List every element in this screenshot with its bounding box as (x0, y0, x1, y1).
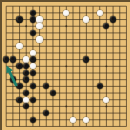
board-cell[interactable] (50, 3, 57, 10)
board-cell[interactable] (36, 10, 43, 17)
board-cell[interactable] (96, 43, 103, 50)
board-cell[interactable] (90, 70, 97, 77)
board-cell[interactable] (76, 70, 83, 77)
board-cell[interactable] (56, 3, 63, 10)
board-cell[interactable] (123, 23, 130, 30)
board-cell[interactable] (116, 56, 123, 63)
board-cell[interactable]: ● (30, 70, 37, 77)
board-cell[interactable] (103, 83, 110, 90)
board-cell[interactable] (3, 83, 10, 90)
board-cell[interactable] (56, 83, 63, 90)
board-cell[interactable] (36, 30, 43, 37)
board-cell[interactable]: ● (83, 16, 90, 23)
board-cell[interactable] (70, 36, 77, 43)
board-cell[interactable] (76, 103, 83, 110)
board-cell[interactable] (116, 43, 123, 50)
board-cell[interactable] (43, 103, 50, 110)
board-cell[interactable] (43, 96, 50, 103)
board-cell[interactable] (110, 63, 117, 70)
board-cell[interactable] (83, 96, 90, 103)
board-cell[interactable]: ● (30, 63, 37, 70)
board-cell[interactable] (90, 83, 97, 90)
board-cell[interactable] (116, 103, 123, 110)
board-cell[interactable]: ● (30, 56, 37, 63)
board-cell[interactable] (50, 96, 57, 103)
board-cell[interactable] (36, 76, 43, 83)
board-cell[interactable] (23, 16, 30, 23)
board-cell[interactable] (110, 110, 117, 117)
board-cell[interactable] (96, 23, 103, 30)
board-cell[interactable] (76, 96, 83, 103)
board-cell[interactable] (10, 50, 17, 57)
board-cell[interactable] (96, 90, 103, 97)
board-cell[interactable] (63, 43, 70, 50)
board-cell[interactable]: ● (23, 96, 30, 103)
board-cell[interactable] (90, 123, 97, 130)
board-cell[interactable] (23, 23, 30, 30)
board-cell[interactable] (10, 36, 17, 43)
board-cell[interactable]: ● (63, 10, 70, 17)
board-cell[interactable]: ● (16, 83, 23, 90)
board-cell[interactable] (123, 16, 130, 23)
board-cell[interactable] (76, 123, 83, 130)
board-cell[interactable] (30, 76, 37, 83)
board-cell[interactable] (96, 70, 103, 77)
board-cell[interactable] (23, 123, 30, 130)
board-cell[interactable] (110, 43, 117, 50)
board-cell[interactable] (63, 16, 70, 23)
board-cell[interactable] (83, 63, 90, 70)
board-cell[interactable] (43, 23, 50, 30)
board-cell[interactable] (123, 50, 130, 57)
board-cell[interactable] (10, 103, 17, 110)
board-cell[interactable] (23, 116, 30, 123)
board-cell[interactable] (116, 30, 123, 37)
board-cell[interactable] (96, 116, 103, 123)
board-cell[interactable] (56, 63, 63, 70)
board-cell[interactable] (116, 116, 123, 123)
board-cell[interactable] (83, 23, 90, 30)
board-cell[interactable]: ● (23, 90, 30, 97)
board-cell[interactable] (50, 76, 57, 83)
board-cell[interactable] (3, 76, 10, 83)
board-cell[interactable] (96, 63, 103, 70)
board-cell[interactable] (63, 116, 70, 123)
board-cell[interactable] (116, 10, 123, 17)
board-cell[interactable] (56, 96, 63, 103)
board-cell[interactable] (43, 10, 50, 17)
board-cell[interactable] (63, 96, 70, 103)
board-cell[interactable] (43, 56, 50, 63)
board-cell[interactable] (10, 23, 17, 30)
board-cell[interactable] (76, 110, 83, 117)
board-cell[interactable] (90, 96, 97, 103)
board-cell[interactable] (116, 36, 123, 43)
board-cell[interactable] (70, 83, 77, 90)
board-cell[interactable] (10, 70, 17, 77)
board-cell[interactable] (123, 70, 130, 77)
board-cell[interactable] (103, 63, 110, 70)
board-cell[interactable] (116, 50, 123, 57)
board-cell[interactable] (3, 90, 10, 97)
board-cell[interactable] (36, 116, 43, 123)
board-cell[interactable] (116, 90, 123, 97)
board-cell[interactable] (23, 110, 30, 117)
board-cell[interactable] (123, 3, 130, 10)
board-cell[interactable] (56, 16, 63, 23)
board-cell[interactable] (123, 123, 130, 130)
board-cell[interactable] (16, 10, 23, 17)
board-cell[interactable] (96, 50, 103, 57)
board-cell[interactable]: ● (96, 10, 103, 17)
board-cell[interactable] (70, 50, 77, 57)
board-cell[interactable] (96, 103, 103, 110)
board-cell[interactable] (90, 63, 97, 70)
board-cell[interactable] (103, 16, 110, 23)
board-cell[interactable] (90, 36, 97, 43)
board-cell[interactable] (70, 96, 77, 103)
board-cell[interactable] (110, 10, 117, 17)
board-cell[interactable] (70, 63, 77, 70)
board-cell[interactable] (116, 3, 123, 10)
board-cell[interactable] (83, 43, 90, 50)
board-cell[interactable] (90, 110, 97, 117)
board-cell[interactable] (10, 43, 17, 50)
board-cell[interactable] (90, 90, 97, 97)
board-cell[interactable] (10, 123, 17, 130)
board-cell[interactable]: ● (70, 116, 77, 123)
board-cell[interactable] (90, 16, 97, 23)
board-cell[interactable]: ● (30, 116, 37, 123)
board-cell[interactable]: ● (103, 96, 110, 103)
board-cell[interactable] (16, 76, 23, 83)
board-cell[interactable]: ● (50, 90, 57, 97)
board-cell[interactable] (30, 36, 37, 43)
board-cell[interactable] (16, 30, 23, 37)
board-cell[interactable] (36, 103, 43, 110)
board-cell[interactable] (56, 23, 63, 30)
board-cell[interactable]: ● (30, 96, 37, 103)
board-cell[interactable] (90, 10, 97, 17)
board-cell[interactable] (23, 3, 30, 10)
board-cell[interactable] (43, 16, 50, 23)
board-cell[interactable] (56, 103, 63, 110)
board-cell[interactable] (110, 23, 117, 30)
board-cell[interactable] (56, 50, 63, 57)
board-cell[interactable] (116, 63, 123, 70)
board-cell[interactable] (50, 116, 57, 123)
board-cell[interactable]: ● (30, 83, 37, 90)
board-cell[interactable] (43, 50, 50, 57)
board-cell[interactable] (70, 30, 77, 37)
board-cell[interactable] (56, 90, 63, 97)
board-cell[interactable] (116, 23, 123, 30)
board-cell[interactable] (3, 116, 10, 123)
board-cell[interactable] (10, 90, 17, 97)
board-cell[interactable] (76, 56, 83, 63)
board-cell[interactable] (90, 43, 97, 50)
board-cell[interactable]: ● (30, 50, 37, 57)
board-cell[interactable] (30, 3, 37, 10)
board-cell[interactable] (103, 90, 110, 97)
board-cell[interactable]: ● (43, 110, 50, 117)
board-cell[interactable] (50, 16, 57, 23)
board-cell[interactable] (110, 96, 117, 103)
board-cell[interactable] (103, 103, 110, 110)
board-cell[interactable] (16, 90, 23, 97)
board-cell[interactable]: ● (30, 10, 37, 17)
board-cell[interactable] (83, 110, 90, 117)
board-cell[interactable] (123, 10, 130, 17)
board-cell[interactable]: ● (110, 16, 117, 23)
board-cell[interactable] (103, 30, 110, 37)
board-cell[interactable] (70, 70, 77, 77)
board-cell[interactable] (90, 3, 97, 10)
board-cell[interactable] (123, 63, 130, 70)
board-cell[interactable] (63, 30, 70, 37)
board-cell[interactable] (70, 123, 77, 130)
board-cell[interactable]: ● (16, 96, 23, 103)
board-cell[interactable] (36, 70, 43, 77)
board-cell[interactable] (16, 103, 23, 110)
board-cell[interactable] (63, 76, 70, 83)
board-cell[interactable] (23, 43, 30, 50)
board-cell[interactable] (3, 43, 10, 50)
board-cell[interactable] (83, 103, 90, 110)
board-cell[interactable] (23, 83, 30, 90)
board-cell[interactable] (36, 83, 43, 90)
board-cell[interactable] (10, 83, 17, 90)
board-cell[interactable] (123, 110, 130, 117)
board-cell[interactable] (50, 10, 57, 17)
board-cell[interactable] (63, 110, 70, 117)
board-cell[interactable] (56, 76, 63, 83)
board-cell[interactable] (43, 30, 50, 37)
board-cell[interactable] (70, 23, 77, 30)
board-cell[interactable] (110, 30, 117, 37)
board-cell[interactable] (3, 103, 10, 110)
board-cell[interactable] (30, 90, 37, 97)
board-cell[interactable] (110, 116, 117, 123)
board-cell[interactable] (50, 56, 57, 63)
board-cell[interactable] (43, 76, 50, 83)
board-cell[interactable]: ● (23, 103, 30, 110)
board-cell[interactable] (123, 30, 130, 37)
board-cell[interactable] (110, 83, 117, 90)
board-cell[interactable] (10, 63, 17, 70)
board-cell[interactable] (36, 90, 43, 97)
board-cell[interactable] (90, 116, 97, 123)
board-cell[interactable] (63, 3, 70, 10)
board-cell[interactable] (123, 83, 130, 90)
board-cell[interactable] (50, 123, 57, 130)
board-cell[interactable] (56, 70, 63, 77)
board-cell[interactable] (10, 16, 17, 23)
board-cell[interactable] (16, 116, 23, 123)
board-cell[interactable] (63, 36, 70, 43)
board-cell[interactable] (90, 103, 97, 110)
board-cell[interactable] (50, 43, 57, 50)
board-cell[interactable] (83, 123, 90, 130)
board-cell[interactable] (70, 90, 77, 97)
board-cell[interactable] (110, 70, 117, 77)
board-cell[interactable] (50, 70, 57, 77)
board-cell[interactable] (43, 90, 50, 97)
board-cell[interactable] (116, 123, 123, 130)
board-cell[interactable] (123, 90, 130, 97)
board-cell[interactable] (36, 110, 43, 117)
board-cell[interactable] (63, 83, 70, 90)
board-cell[interactable] (83, 3, 90, 10)
board-cell[interactable] (103, 43, 110, 50)
board-cell[interactable] (90, 50, 97, 57)
board-cell[interactable] (16, 23, 23, 30)
board-cell[interactable] (16, 110, 23, 117)
board-cell[interactable] (116, 96, 123, 103)
board-cell[interactable] (96, 56, 103, 63)
board-cell[interactable] (76, 50, 83, 57)
board-cell[interactable] (90, 76, 97, 83)
board-cell[interactable] (76, 23, 83, 30)
board-cell[interactable] (16, 123, 23, 130)
board-cell[interactable] (43, 63, 50, 70)
board-cell[interactable] (3, 50, 10, 57)
board-cell[interactable] (63, 63, 70, 70)
board-cell[interactable]: ● (23, 76, 30, 83)
board-cell[interactable] (63, 123, 70, 130)
board-cell[interactable] (103, 3, 110, 10)
board-cell[interactable]: ● (36, 23, 43, 30)
board-cell[interactable] (116, 83, 123, 90)
board-cell[interactable] (90, 56, 97, 63)
board-cell[interactable] (110, 90, 117, 97)
board-cell[interactable] (83, 70, 90, 77)
board-cell[interactable] (30, 23, 37, 30)
board-cell[interactable] (96, 76, 103, 83)
board-cell[interactable] (90, 23, 97, 30)
board-cell[interactable] (123, 76, 130, 83)
board-cell[interactable] (23, 10, 30, 17)
board-cell[interactable] (3, 36, 10, 43)
board-cell[interactable] (70, 10, 77, 17)
board-cell[interactable] (90, 30, 97, 37)
board-cell[interactable] (70, 3, 77, 10)
board-cell[interactable] (96, 30, 103, 37)
board-cell[interactable] (50, 23, 57, 30)
board-cell[interactable] (56, 110, 63, 117)
board-cell[interactable] (110, 36, 117, 43)
board-cell[interactable] (76, 43, 83, 50)
board-cell[interactable] (43, 123, 50, 130)
board-cell[interactable] (3, 10, 10, 17)
board-cell[interactable] (43, 3, 50, 10)
board-cell[interactable]: ● (23, 56, 30, 63)
board-cell[interactable] (56, 10, 63, 17)
board-cell[interactable] (63, 50, 70, 57)
board-cell[interactable] (76, 116, 83, 123)
board-cell[interactable] (123, 96, 130, 103)
board-cell[interactable] (96, 36, 103, 43)
board-cell[interactable] (76, 36, 83, 43)
board-cell[interactable] (3, 110, 10, 117)
board-cell[interactable] (43, 116, 50, 123)
board-cell[interactable] (10, 110, 17, 117)
board-cell[interactable] (103, 70, 110, 77)
board-cell[interactable] (3, 63, 10, 70)
board-cell[interactable] (96, 123, 103, 130)
board-cell[interactable]: ● (83, 116, 90, 123)
board-cell[interactable] (76, 76, 83, 83)
board-cell[interactable] (56, 43, 63, 50)
board-cell[interactable] (3, 16, 10, 23)
board-cell[interactable] (123, 43, 130, 50)
board-cell[interactable]: ● (103, 23, 110, 30)
board-cell[interactable] (16, 36, 23, 43)
board-cell[interactable] (3, 70, 10, 77)
board-cell[interactable] (3, 3, 10, 10)
board-cell[interactable] (116, 16, 123, 23)
board-cell[interactable] (103, 36, 110, 43)
board-cell[interactable] (36, 63, 43, 70)
board-cell[interactable] (56, 56, 63, 63)
board-cell[interactable] (83, 90, 90, 97)
board-cell[interactable] (123, 116, 130, 123)
board-cell[interactable] (56, 30, 63, 37)
board-cell[interactable] (36, 96, 43, 103)
board-cell[interactable] (63, 23, 70, 30)
board-cell[interactable] (70, 76, 77, 83)
board-cell[interactable] (110, 76, 117, 83)
board-cell[interactable]: ● (96, 83, 103, 90)
board-cell[interactable] (76, 16, 83, 23)
board-cell[interactable]: ● (16, 16, 23, 23)
board-cell[interactable] (10, 116, 17, 123)
board-cell[interactable] (43, 43, 50, 50)
board-cell[interactable] (110, 56, 117, 63)
board-cell[interactable] (50, 30, 57, 37)
board-cell[interactable] (103, 50, 110, 57)
board-cell[interactable] (110, 103, 117, 110)
board-cell[interactable] (103, 116, 110, 123)
board-cell[interactable] (83, 83, 90, 90)
board-cell[interactable] (123, 56, 130, 63)
board-cell[interactable] (56, 123, 63, 130)
board-cell[interactable] (50, 63, 57, 70)
board-cell[interactable] (36, 3, 43, 10)
board-cell[interactable] (43, 36, 50, 43)
board-cell[interactable] (3, 30, 10, 37)
board-cell[interactable] (83, 50, 90, 57)
board-cell[interactable] (63, 90, 70, 97)
board-cell[interactable] (103, 110, 110, 117)
board-cell[interactable] (83, 76, 90, 83)
board-cell[interactable] (3, 96, 10, 103)
board-cell[interactable] (10, 10, 17, 17)
board-cell[interactable] (63, 70, 70, 77)
board-cell[interactable] (103, 10, 110, 17)
board-cell[interactable] (116, 76, 123, 83)
board-cell[interactable] (50, 110, 57, 117)
board-cell[interactable]: ● (83, 56, 90, 63)
board-cell[interactable] (43, 70, 50, 77)
board-cell[interactable] (50, 103, 57, 110)
board-cell[interactable] (30, 103, 37, 110)
board-cell[interactable] (123, 36, 130, 43)
board-cell[interactable] (76, 30, 83, 37)
board-cell[interactable]: ● (3, 56, 10, 63)
board-cell[interactable] (116, 110, 123, 117)
board-cell[interactable] (50, 50, 57, 57)
